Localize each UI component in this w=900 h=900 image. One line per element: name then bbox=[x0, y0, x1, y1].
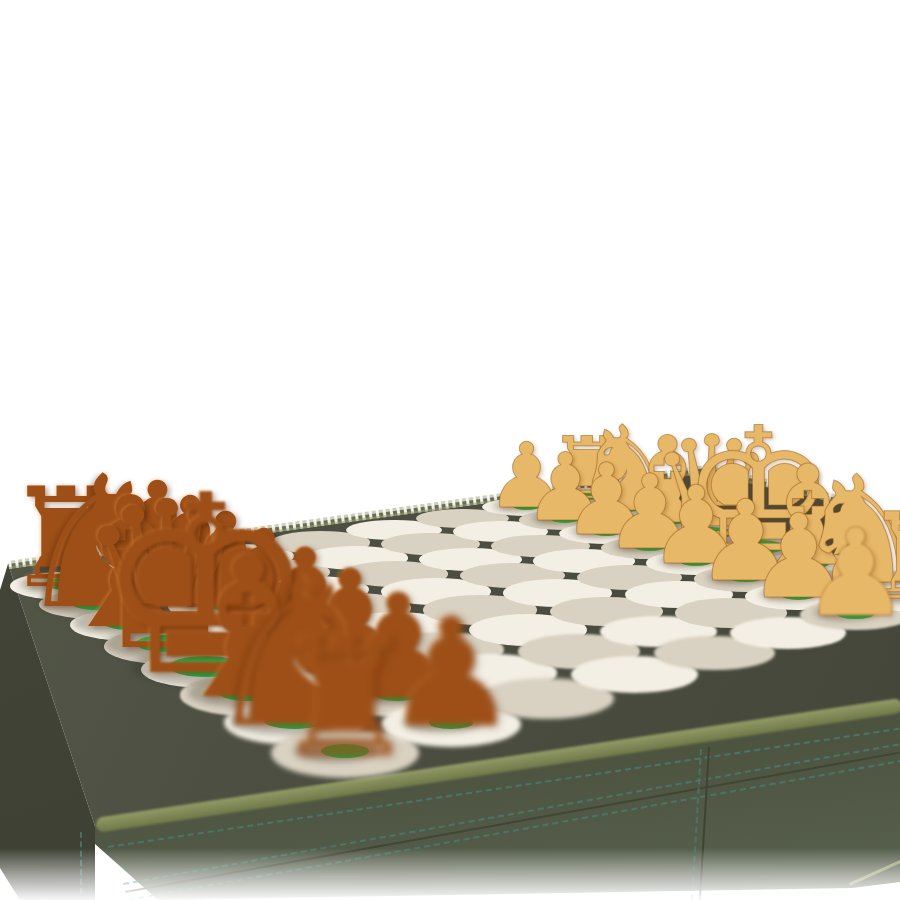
piece-white-pawn-h2: ♟ bbox=[801, 513, 900, 634]
chess-set-photo: ♜♟♞♟♝♟♛♟♚♟♝♟♟♞♜♟♟♜♞♟♟♝♟♛♟♚♟♝♟♞♟♜ bbox=[0, 0, 900, 900]
photo-overexposed-fade bbox=[0, 848, 900, 900]
piece-black-rook-h8: ♜ bbox=[272, 617, 417, 779]
